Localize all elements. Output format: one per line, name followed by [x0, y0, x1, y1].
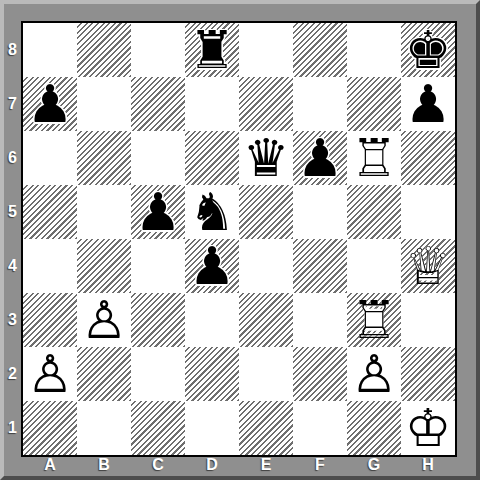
square-c3[interactable] — [131, 293, 185, 347]
square-e5[interactable] — [239, 185, 293, 239]
white-pawn-g2[interactable]: ♟♙ — [347, 347, 401, 401]
square-h8[interactable]: ♚ — [401, 23, 455, 77]
piece-glyph: ♞ — [185, 185, 239, 239]
rank-labels: 87654321 — [4, 23, 21, 455]
square-f6[interactable]: ♟ — [293, 131, 347, 185]
black-king-h8[interactable]: ♚ — [401, 23, 455, 77]
square-b6[interactable] — [77, 131, 131, 185]
black-pawn-f6[interactable]: ♟ — [293, 131, 347, 185]
rank-label-3: 3 — [4, 293, 21, 347]
square-f1[interactable] — [293, 401, 347, 455]
square-a4[interactable] — [23, 239, 77, 293]
square-h4[interactable]: ♛♕ — [401, 239, 455, 293]
square-b2[interactable] — [77, 347, 131, 401]
square-d4[interactable]: ♟ — [185, 239, 239, 293]
square-f3[interactable] — [293, 293, 347, 347]
square-a6[interactable] — [23, 131, 77, 185]
piece-outline-glyph: ♕ — [401, 239, 455, 293]
square-b7[interactable] — [77, 77, 131, 131]
square-e2[interactable] — [239, 347, 293, 401]
square-d7[interactable] — [185, 77, 239, 131]
square-b3[interactable]: ♟♙ — [77, 293, 131, 347]
square-e3[interactable] — [239, 293, 293, 347]
square-d1[interactable] — [185, 401, 239, 455]
piece-outline-glyph: ♙ — [347, 347, 401, 401]
file-label-e: E — [239, 455, 293, 475]
square-g8[interactable] — [347, 23, 401, 77]
square-f2[interactable] — [293, 347, 347, 401]
piece-glyph: ♟ — [185, 239, 239, 293]
white-rook-g3[interactable]: ♜♖ — [347, 293, 401, 347]
rank-label-4: 4 — [4, 239, 21, 293]
black-pawn-a7[interactable]: ♟ — [23, 77, 77, 131]
piece-glyph: ♛ — [239, 131, 293, 185]
rank-label-2: 2 — [4, 347, 21, 401]
piece-glyph: ♟ — [23, 77, 77, 131]
square-d6[interactable] — [185, 131, 239, 185]
square-b5[interactable] — [77, 185, 131, 239]
square-h2[interactable] — [401, 347, 455, 401]
square-a5[interactable] — [23, 185, 77, 239]
square-b8[interactable] — [77, 23, 131, 77]
square-c6[interactable] — [131, 131, 185, 185]
file-label-h: H — [401, 455, 455, 475]
square-b1[interactable] — [77, 401, 131, 455]
piece-glyph: ♜ — [185, 23, 239, 77]
file-label-a: A — [23, 455, 77, 475]
piece-glyph: ♟ — [131, 185, 185, 239]
piece-glyph: ♟ — [293, 131, 347, 185]
black-pawn-d4[interactable]: ♟ — [185, 239, 239, 293]
square-a2[interactable]: ♟♙ — [23, 347, 77, 401]
board-frame: 87654321 ♜♚♟♟♛♟♜♖♟♞♟♛♕♟♙♜♖♟♙♟♙♚♔ ABCDEFG… — [0, 0, 480, 480]
square-h5[interactable] — [401, 185, 455, 239]
square-e4[interactable] — [239, 239, 293, 293]
black-knight-d5[interactable]: ♞ — [185, 185, 239, 239]
black-pawn-c5[interactable]: ♟ — [131, 185, 185, 239]
file-label-b: B — [77, 455, 131, 475]
file-labels: ABCDEFGH — [23, 455, 455, 475]
square-a8[interactable] — [23, 23, 77, 77]
square-e1[interactable] — [239, 401, 293, 455]
piece-glyph: ♟ — [401, 77, 455, 131]
square-g7[interactable] — [347, 77, 401, 131]
piece-outline-glyph: ♙ — [23, 347, 77, 401]
square-e7[interactable] — [239, 77, 293, 131]
square-c2[interactable] — [131, 347, 185, 401]
black-pawn-h7[interactable]: ♟ — [401, 77, 455, 131]
square-a3[interactable] — [23, 293, 77, 347]
square-d2[interactable] — [185, 347, 239, 401]
square-c4[interactable] — [131, 239, 185, 293]
square-c5[interactable]: ♟ — [131, 185, 185, 239]
square-g5[interactable] — [347, 185, 401, 239]
square-b4[interactable] — [77, 239, 131, 293]
square-f7[interactable] — [293, 77, 347, 131]
square-g4[interactable] — [347, 239, 401, 293]
square-c1[interactable] — [131, 401, 185, 455]
white-pawn-b3[interactable]: ♟♙ — [77, 293, 131, 347]
square-h3[interactable] — [401, 293, 455, 347]
square-f5[interactable] — [293, 185, 347, 239]
square-d8[interactable]: ♜ — [185, 23, 239, 77]
rank-label-6: 6 — [4, 131, 21, 185]
piece-outline-glyph: ♙ — [77, 293, 131, 347]
square-e6[interactable]: ♛ — [239, 131, 293, 185]
piece-outline-glyph: ♖ — [347, 293, 401, 347]
piece-outline-glyph: ♔ — [401, 401, 455, 455]
piece-outline-glyph: ♖ — [347, 131, 401, 185]
square-g3[interactable]: ♜♖ — [347, 293, 401, 347]
rank-label-1: 1 — [4, 401, 21, 455]
square-d5[interactable]: ♞ — [185, 185, 239, 239]
square-g6[interactable]: ♜♖ — [347, 131, 401, 185]
black-queen-e6[interactable]: ♛ — [239, 131, 293, 185]
square-e8[interactable] — [239, 23, 293, 77]
white-rook-g6[interactable]: ♜♖ — [347, 131, 401, 185]
square-f4[interactable] — [293, 239, 347, 293]
square-c8[interactable] — [131, 23, 185, 77]
white-king-h1[interactable]: ♚♔ — [401, 401, 455, 455]
white-pawn-a2[interactable]: ♟♙ — [23, 347, 77, 401]
piece-glyph: ♚ — [401, 23, 455, 77]
square-a1[interactable] — [23, 401, 77, 455]
square-h7[interactable]: ♟ — [401, 77, 455, 131]
file-label-g: G — [347, 455, 401, 475]
square-c7[interactable] — [131, 77, 185, 131]
rank-label-7: 7 — [4, 77, 21, 131]
square-h6[interactable] — [401, 131, 455, 185]
black-rook-d8[interactable]: ♜ — [185, 23, 239, 77]
white-queen-h4[interactable]: ♛♕ — [401, 239, 455, 293]
square-d3[interactable] — [185, 293, 239, 347]
square-h1[interactable]: ♚♔ — [401, 401, 455, 455]
rank-label-5: 5 — [4, 185, 21, 239]
file-label-d: D — [185, 455, 239, 475]
file-label-c: C — [131, 455, 185, 475]
rank-label-8: 8 — [4, 23, 21, 77]
chess-board: ♜♚♟♟♛♟♜♖♟♞♟♛♕♟♙♜♖♟♙♟♙♚♔ — [21, 21, 457, 457]
file-label-f: F — [293, 455, 347, 475]
square-a7[interactable]: ♟ — [23, 77, 77, 131]
square-g1[interactable] — [347, 401, 401, 455]
square-g2[interactable]: ♟♙ — [347, 347, 401, 401]
square-f8[interactable] — [293, 23, 347, 77]
